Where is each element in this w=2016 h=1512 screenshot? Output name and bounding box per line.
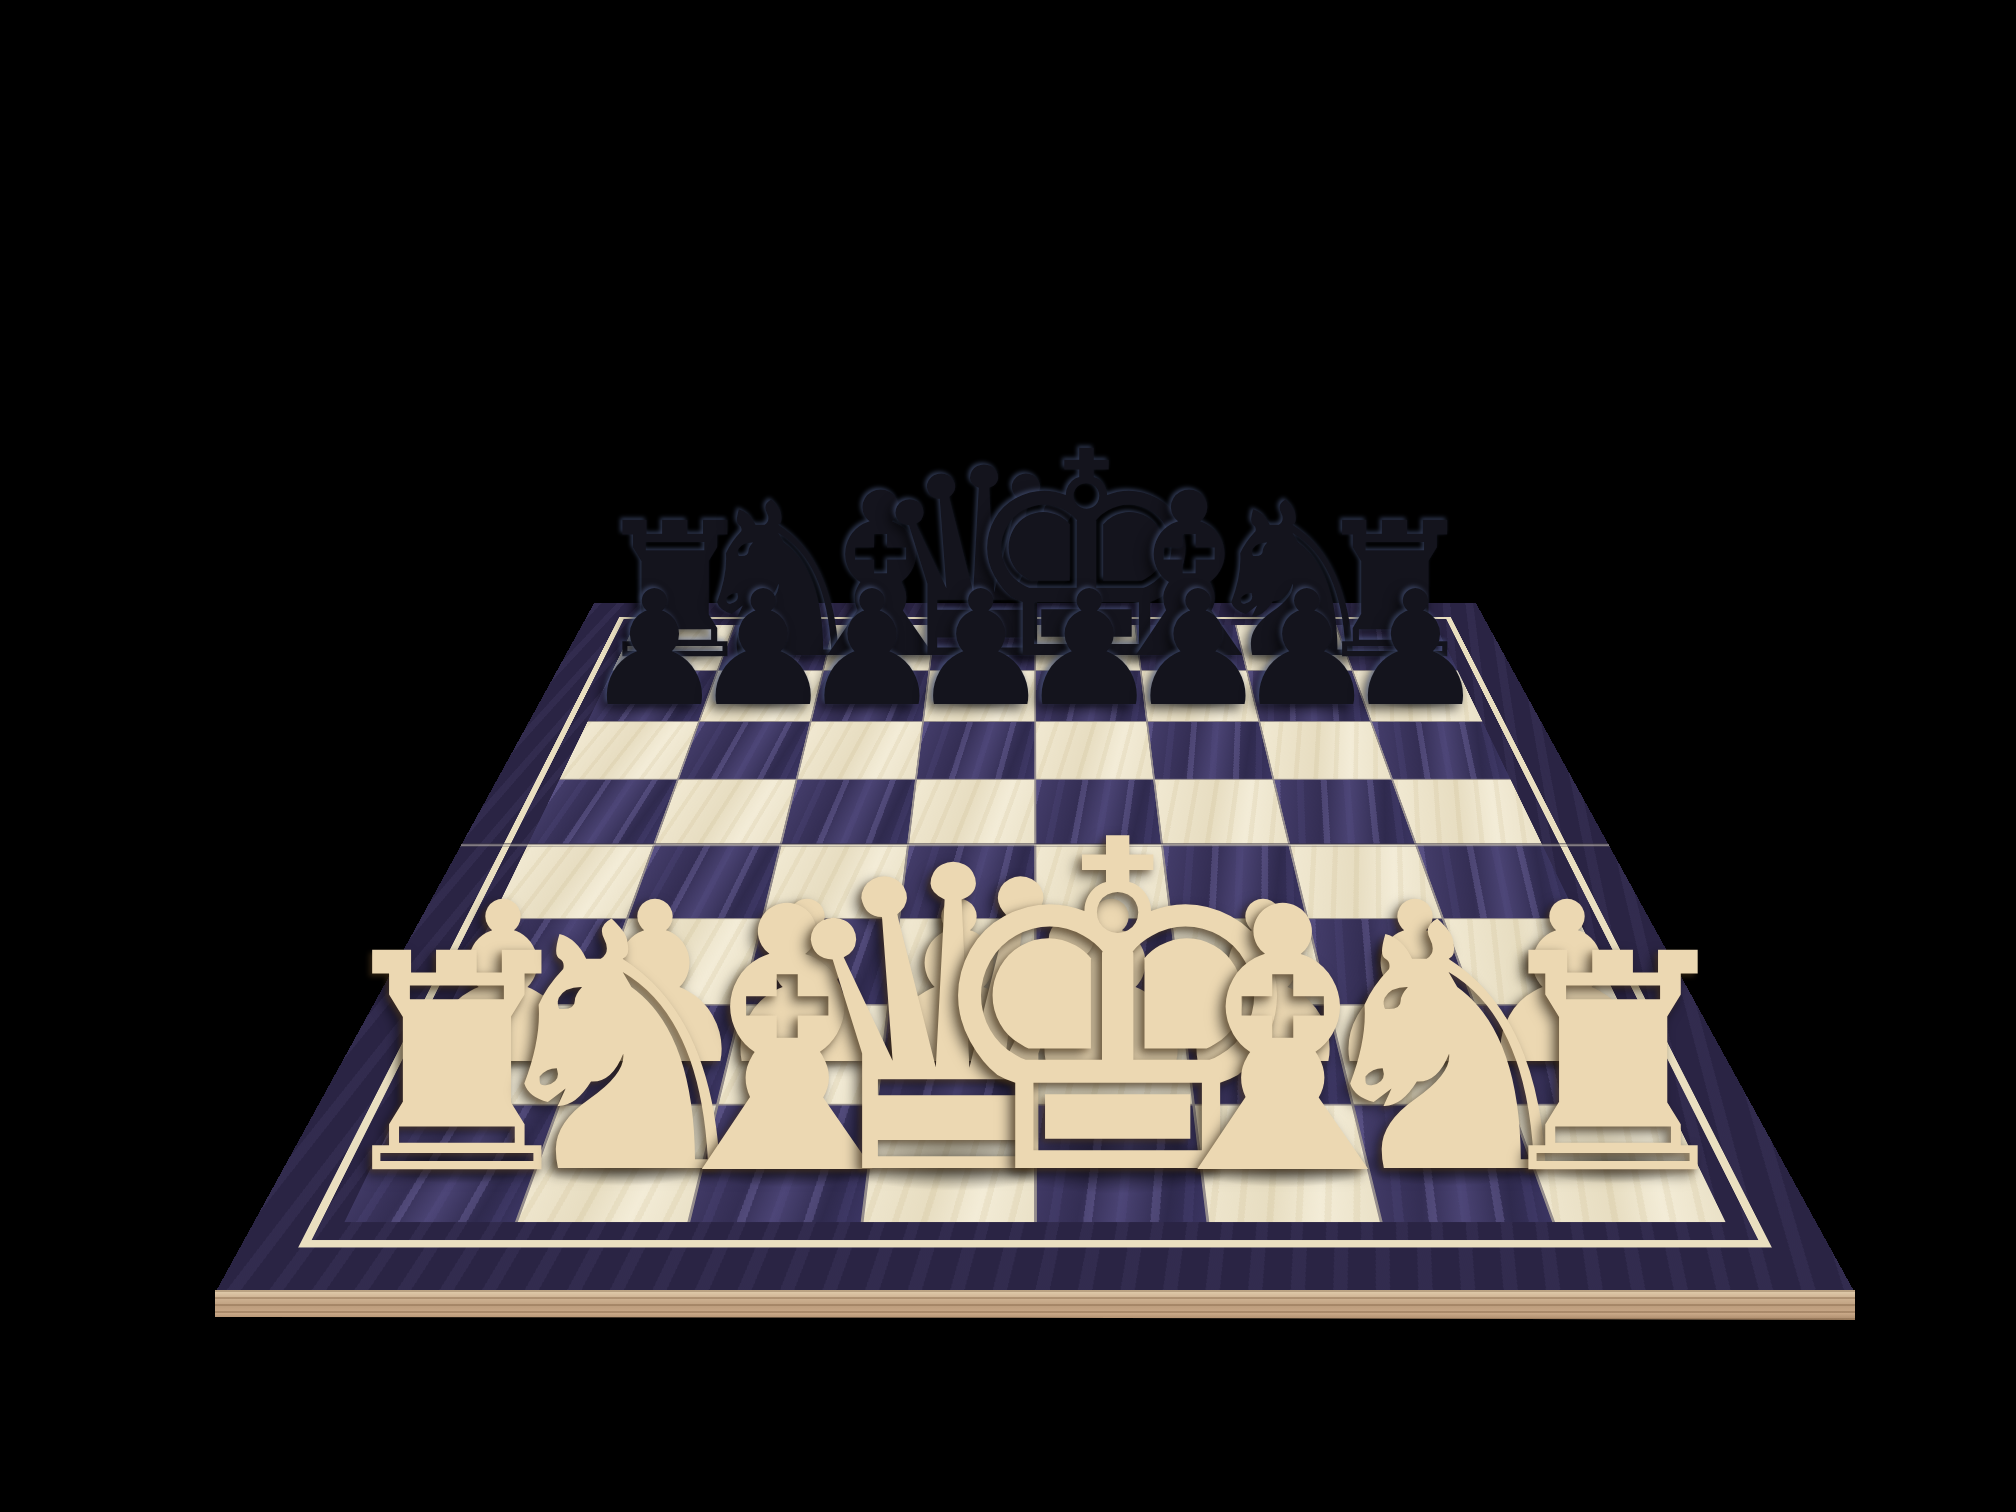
square-c5[interactable]	[782, 780, 915, 844]
square-e8[interactable]	[1036, 625, 1140, 670]
square-b5[interactable]	[655, 780, 796, 844]
board-side-edge	[215, 1290, 1855, 1320]
square-e2[interactable]	[1036, 1005, 1192, 1104]
square-c8[interactable]	[824, 625, 934, 670]
square-b3[interactable]	[597, 919, 762, 1003]
square-d6[interactable]	[917, 722, 1034, 779]
square-e6[interactable]	[1036, 722, 1153, 779]
square-e3[interactable]	[1036, 919, 1180, 1003]
board-fold-seam	[460, 843, 1610, 847]
square-c3[interactable]	[743, 919, 897, 1003]
square-e1[interactable]	[1036, 1106, 1206, 1222]
square-f2[interactable]	[1183, 1005, 1351, 1104]
square-d2[interactable]	[878, 1005, 1034, 1104]
square-f6[interactable]	[1148, 722, 1272, 779]
square-c7[interactable]	[812, 671, 928, 721]
square-b6[interactable]	[679, 722, 810, 779]
square-d4[interactable]	[900, 845, 1034, 918]
square-b8[interactable]	[718, 625, 833, 670]
square-e5[interactable]	[1036, 780, 1161, 844]
board-grid	[344, 625, 1725, 1222]
chess-board	[215, 603, 1855, 1293]
square-g6[interactable]	[1260, 722, 1391, 779]
square-d7[interactable]	[924, 671, 1034, 721]
square-d1[interactable]	[863, 1106, 1033, 1222]
square-f7[interactable]	[1142, 671, 1258, 721]
square-e7[interactable]	[1036, 671, 1146, 721]
square-f5[interactable]	[1155, 780, 1288, 844]
square-d5[interactable]	[909, 780, 1034, 844]
square-f8[interactable]	[1136, 625, 1246, 670]
square-e4[interactable]	[1036, 845, 1170, 918]
square-a8[interactable]	[613, 625, 734, 670]
square-g7[interactable]	[1248, 671, 1370, 721]
square-d8[interactable]	[930, 625, 1034, 670]
square-d3[interactable]	[890, 919, 1034, 1003]
square-f3[interactable]	[1172, 919, 1326, 1003]
square-c1[interactable]	[690, 1106, 874, 1222]
square-b7[interactable]	[700, 671, 822, 721]
square-f4[interactable]	[1163, 845, 1306, 918]
square-b4[interactable]	[628, 845, 780, 918]
square-g5[interactable]	[1274, 780, 1415, 844]
square-g8[interactable]	[1236, 625, 1351, 670]
square-c2[interactable]	[719, 1005, 887, 1104]
square-c6[interactable]	[798, 722, 922, 779]
square-g4[interactable]	[1290, 845, 1442, 918]
photo-stage: ♜♞♝♛♚♝♞♜♟♟♟♟♟♟♟♟♟♟♟♟♟♟♟♟♜♞♝♛♚♝♞♜	[0, 0, 2016, 1512]
square-c4[interactable]	[764, 845, 907, 918]
square-f1[interactable]	[1195, 1106, 1379, 1222]
